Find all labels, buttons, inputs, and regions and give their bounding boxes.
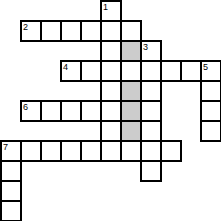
cell-r3c9[interactable]	[180, 60, 202, 82]
shaded-cell-r2c6[interactable]	[120, 40, 142, 62]
cell-r3c3[interactable]: 4	[60, 60, 82, 82]
cell-r5c2[interactable]	[40, 100, 62, 122]
cell-r6c7[interactable]	[140, 120, 162, 142]
clue-number-6: 6	[23, 102, 28, 112]
cell-r1c5[interactable]	[100, 20, 122, 42]
clue-number-7: 7	[3, 142, 8, 152]
cell-r5c5[interactable]	[100, 100, 122, 122]
cell-r7c1[interactable]	[20, 140, 42, 162]
cell-r7c4[interactable]	[80, 140, 102, 162]
cell-r7c8[interactable]	[160, 140, 182, 162]
shaded-cell-r5c6[interactable]	[120, 100, 142, 122]
cell-r7c5[interactable]	[100, 140, 122, 162]
cell-r7c6[interactable]	[120, 140, 142, 162]
cell-r1c3[interactable]	[60, 20, 82, 42]
cell-r5c10[interactable]	[200, 100, 221, 122]
cell-r5c4[interactable]	[80, 100, 102, 122]
cell-r2c5[interactable]	[100, 40, 122, 62]
cell-r3c8[interactable]	[160, 60, 182, 82]
cell-r1c6[interactable]	[120, 20, 142, 42]
clue-number-2: 2	[23, 22, 28, 32]
cell-r6c5[interactable]	[100, 120, 122, 142]
cell-r4c10[interactable]	[200, 80, 221, 102]
cell-r2c7[interactable]: 3	[140, 40, 162, 62]
cell-r3c10[interactable]: 5	[200, 60, 221, 82]
shaded-cell-r6c6[interactable]	[120, 120, 142, 142]
cell-r3c6[interactable]	[120, 60, 142, 82]
cell-r6c10[interactable]	[200, 120, 221, 142]
shaded-cell-r4c6[interactable]	[120, 80, 142, 102]
cell-r7c0[interactable]: 7	[0, 140, 22, 162]
cell-r0c5[interactable]: 1	[100, 0, 122, 22]
cell-r7c2[interactable]	[40, 140, 62, 162]
cell-r5c7[interactable]	[140, 100, 162, 122]
crossword-board: 1234567	[0, 0, 221, 221]
cell-r1c1[interactable]: 2	[20, 20, 42, 42]
cell-r7c7[interactable]	[140, 140, 162, 162]
cell-r1c2[interactable]	[40, 20, 62, 42]
clue-number-5: 5	[203, 62, 208, 72]
clue-number-3: 3	[143, 42, 148, 52]
cell-r9c0[interactable]	[0, 180, 22, 202]
cell-r3c5[interactable]	[100, 60, 122, 82]
cell-r8c7[interactable]	[140, 160, 162, 182]
cell-r4c5[interactable]	[100, 80, 122, 102]
clue-number-1: 1	[103, 2, 108, 12]
cell-r1c4[interactable]	[80, 20, 102, 42]
cell-r4c7[interactable]	[140, 80, 162, 102]
crossword-puzzle: 1234567	[0, 0, 221, 221]
clue-number-4: 4	[63, 62, 68, 72]
cell-r5c3[interactable]	[60, 100, 82, 122]
cell-r5c1[interactable]: 6	[20, 100, 42, 122]
cell-r8c0[interactable]	[0, 160, 22, 182]
cell-r3c4[interactable]	[80, 60, 102, 82]
cell-r3c7[interactable]	[140, 60, 162, 82]
cell-r7c3[interactable]	[60, 140, 82, 162]
cell-r10c0[interactable]	[0, 200, 22, 221]
